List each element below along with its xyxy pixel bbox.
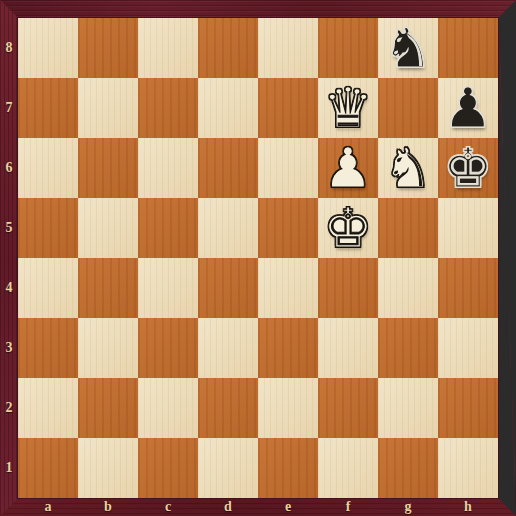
square-c6[interactable] xyxy=(138,138,198,198)
square-e7[interactable] xyxy=(258,78,318,138)
square-d1[interactable] xyxy=(198,438,258,498)
square-e2[interactable] xyxy=(258,378,318,438)
black-knight[interactable]: ♞ xyxy=(383,18,432,78)
square-e5[interactable] xyxy=(258,198,318,258)
square-f1[interactable] xyxy=(318,438,378,498)
square-d5[interactable] xyxy=(198,198,258,258)
square-b5[interactable] xyxy=(78,198,138,258)
square-g8[interactable]: ♞ xyxy=(378,18,438,78)
square-f4[interactable] xyxy=(318,258,378,318)
square-b1[interactable] xyxy=(78,438,138,498)
square-c3[interactable] xyxy=(138,318,198,378)
square-d7[interactable] xyxy=(198,78,258,138)
square-d2[interactable] xyxy=(198,378,258,438)
square-e8[interactable] xyxy=(258,18,318,78)
square-g5[interactable] xyxy=(378,198,438,258)
square-a5[interactable] xyxy=(18,198,78,258)
square-b2[interactable] xyxy=(78,378,138,438)
square-h5[interactable] xyxy=(438,198,498,258)
square-e1[interactable] xyxy=(258,438,318,498)
square-f6[interactable]: ♟ xyxy=(318,138,378,198)
square-g2[interactable] xyxy=(378,378,438,438)
square-g4[interactable] xyxy=(378,258,438,318)
square-b8[interactable] xyxy=(78,18,138,78)
square-f3[interactable] xyxy=(318,318,378,378)
square-h2[interactable] xyxy=(438,378,498,438)
square-a7[interactable] xyxy=(18,78,78,138)
square-e6[interactable] xyxy=(258,138,318,198)
square-a1[interactable] xyxy=(18,438,78,498)
square-d4[interactable] xyxy=(198,258,258,318)
square-f8[interactable] xyxy=(318,18,378,78)
square-d6[interactable] xyxy=(198,138,258,198)
square-h3[interactable] xyxy=(438,318,498,378)
square-c4[interactable] xyxy=(138,258,198,318)
chessboard-screenshot: ♞♛♟♟♞♚♚ 87654321 abcdefgh xyxy=(0,0,516,516)
square-h8[interactable] xyxy=(438,18,498,78)
square-h1[interactable] xyxy=(438,438,498,498)
square-b7[interactable] xyxy=(78,78,138,138)
square-a6[interactable] xyxy=(18,138,78,198)
square-c8[interactable] xyxy=(138,18,198,78)
black-king[interactable]: ♚ xyxy=(443,138,492,198)
square-d3[interactable] xyxy=(198,318,258,378)
white-pawn[interactable]: ♟ xyxy=(323,138,372,198)
square-g6[interactable]: ♞ xyxy=(378,138,438,198)
square-f2[interactable] xyxy=(318,378,378,438)
chess-board: ♞♛♟♟♞♚♚ xyxy=(18,18,498,498)
square-c1[interactable] xyxy=(138,438,198,498)
square-g3[interactable] xyxy=(378,318,438,378)
square-h4[interactable] xyxy=(438,258,498,318)
board-frame-right xyxy=(498,0,516,516)
square-c5[interactable] xyxy=(138,198,198,258)
square-b6[interactable] xyxy=(78,138,138,198)
board-frame-bottom xyxy=(0,498,516,516)
square-a8[interactable] xyxy=(18,18,78,78)
square-h7[interactable]: ♟ xyxy=(438,78,498,138)
board-frame-top xyxy=(0,0,516,18)
square-h6[interactable]: ♚ xyxy=(438,138,498,198)
square-a3[interactable] xyxy=(18,318,78,378)
white-king[interactable]: ♚ xyxy=(323,198,372,258)
square-f7[interactable]: ♛ xyxy=(318,78,378,138)
white-queen[interactable]: ♛ xyxy=(323,78,372,138)
square-e4[interactable] xyxy=(258,258,318,318)
square-g1[interactable] xyxy=(378,438,438,498)
square-g7[interactable] xyxy=(378,78,438,138)
square-f5[interactable]: ♚ xyxy=(318,198,378,258)
square-b4[interactable] xyxy=(78,258,138,318)
square-a4[interactable] xyxy=(18,258,78,318)
white-knight[interactable]: ♞ xyxy=(383,138,432,198)
black-pawn[interactable]: ♟ xyxy=(443,78,492,138)
square-a2[interactable] xyxy=(18,378,78,438)
square-c7[interactable] xyxy=(138,78,198,138)
square-d8[interactable] xyxy=(198,18,258,78)
square-e3[interactable] xyxy=(258,318,318,378)
square-c2[interactable] xyxy=(138,378,198,438)
square-b3[interactable] xyxy=(78,318,138,378)
board-frame-left xyxy=(0,0,18,516)
